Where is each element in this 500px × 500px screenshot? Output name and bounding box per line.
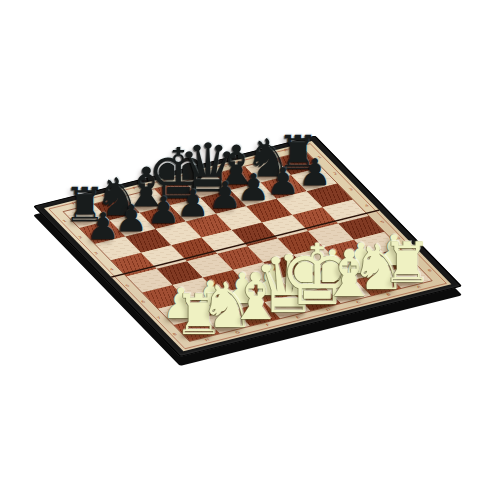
product-photo: HHGGFFEEDDCCBBAA1122334455667788 ♜♞♝♚♛♝♞… — [0, 0, 500, 500]
board-border: HHGGFFEEDDCCBBAA1122334455667788 — [44, 141, 451, 351]
chess-board: HHGGFFEEDDCCBBAA1122334455667788 — [33, 135, 462, 356]
